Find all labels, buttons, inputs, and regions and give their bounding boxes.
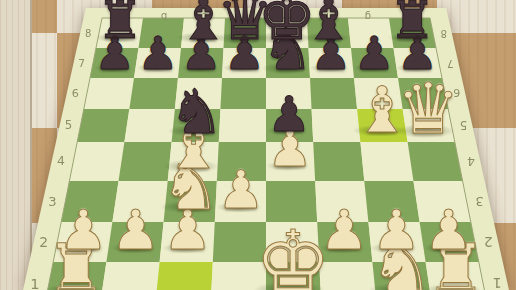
black-pawn-b7[interactable]: ♟ <box>137 31 178 77</box>
white-pawn-a2[interactable]: ♟ <box>59 203 108 258</box>
white-pawn-d3[interactable]: ♟ <box>217 164 264 217</box>
black-rook-h8[interactable]: ♜ <box>389 0 435 47</box>
black-pawn-e5[interactable]: ♟ <box>267 91 311 140</box>
white-pawn-g2[interactable]: ♟ <box>372 203 421 258</box>
white-pawn-f2[interactable]: ♟ <box>320 203 369 258</box>
white-pawn-h2[interactable]: ♟ <box>424 203 473 258</box>
chess-app-screenshot: abcdefgh8877665544332211 ♜♝♛♚♝♜♟♟♟♟♞♟♟♟♞… <box>0 0 516 290</box>
white-pawn-b2[interactable]: ♟ <box>111 203 160 258</box>
piece-layer: ♜♝♛♚♝♜♟♟♟♟♞♟♟♟♞♟♝♛♝♟♞♟♟♟♟♟♟♟♜♚♞♜ <box>0 0 516 290</box>
black-bishop-f8[interactable]: ♝ <box>303 0 355 48</box>
white-queen-h5[interactable]: ♛ <box>397 73 460 143</box>
black-knight-c5[interactable]: ♞ <box>169 80 224 141</box>
black-rook-a8[interactable]: ♜ <box>97 0 143 47</box>
